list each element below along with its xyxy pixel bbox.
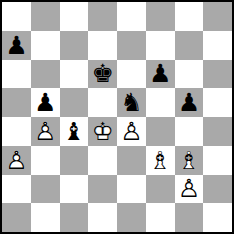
square-g4[interactable]	[175, 117, 204, 146]
square-h3[interactable]	[203, 146, 232, 175]
square-g7[interactable]	[175, 31, 204, 60]
square-b8[interactable]	[31, 2, 60, 31]
square-e5[interactable]: ♞	[117, 88, 146, 117]
square-b7[interactable]	[31, 31, 60, 60]
square-e6[interactable]	[117, 60, 146, 89]
square-a7[interactable]: ♟	[2, 31, 31, 60]
square-h5[interactable]	[203, 88, 232, 117]
square-g3[interactable]: ♝♗	[175, 146, 204, 175]
square-b1[interactable]	[31, 203, 60, 232]
square-c4[interactable]: ♝	[60, 117, 89, 146]
piece-fill-white-bishop: ♝	[146, 146, 175, 175]
square-a4[interactable]	[2, 117, 31, 146]
square-d5[interactable]	[88, 88, 117, 117]
piece-fill-white-bishop: ♝	[175, 146, 204, 175]
square-c1[interactable]	[60, 203, 89, 232]
square-d7[interactable]	[88, 31, 117, 60]
square-e3[interactable]	[117, 146, 146, 175]
square-c7[interactable]	[60, 31, 89, 60]
chessboard: ♟♚♟♟♞♟♟♙♝♚♔♟♙♟♙♝♗♝♗♟♙	[0, 0, 234, 234]
piece-fill-white-pawn: ♟	[175, 175, 204, 204]
square-h4[interactable]	[203, 117, 232, 146]
square-f2[interactable]	[146, 175, 175, 204]
piece-fill-white-pawn: ♟	[117, 117, 146, 146]
square-d8[interactable]	[88, 2, 117, 31]
square-f5[interactable]	[146, 88, 175, 117]
square-e4[interactable]: ♟♙	[117, 117, 146, 146]
square-a2[interactable]	[2, 175, 31, 204]
square-h6[interactable]	[203, 60, 232, 89]
piece-fill-white-pawn: ♟	[2, 146, 31, 175]
square-g8[interactable]	[175, 2, 204, 31]
square-b2[interactable]	[31, 175, 60, 204]
square-h1[interactable]	[203, 203, 232, 232]
square-b6[interactable]	[31, 60, 60, 89]
square-f4[interactable]	[146, 117, 175, 146]
square-f1[interactable]	[146, 203, 175, 232]
square-d3[interactable]	[88, 146, 117, 175]
piece-white-bishop: ♗	[146, 146, 175, 175]
square-b3[interactable]	[31, 146, 60, 175]
piece-fill-white-pawn: ♟	[31, 117, 60, 146]
square-e7[interactable]	[117, 31, 146, 60]
piece-black-pawn: ♟	[146, 60, 175, 89]
square-a8[interactable]	[2, 2, 31, 31]
square-g1[interactable]	[175, 203, 204, 232]
square-c6[interactable]	[60, 60, 89, 89]
square-g2[interactable]: ♟♙	[175, 175, 204, 204]
piece-white-pawn: ♙	[175, 175, 204, 204]
square-b5[interactable]: ♟	[31, 88, 60, 117]
piece-white-pawn: ♙	[2, 146, 31, 175]
square-e2[interactable]	[117, 175, 146, 204]
square-a3[interactable]: ♟♙	[2, 146, 31, 175]
square-c2[interactable]	[60, 175, 89, 204]
square-a5[interactable]	[2, 88, 31, 117]
piece-white-king: ♔	[88, 117, 117, 146]
square-d1[interactable]	[88, 203, 117, 232]
piece-white-bishop: ♗	[175, 146, 204, 175]
square-a1[interactable]	[2, 203, 31, 232]
piece-fill-white-king: ♚	[88, 117, 117, 146]
square-g5[interactable]: ♟	[175, 88, 204, 117]
piece-white-pawn: ♙	[117, 117, 146, 146]
piece-black-bishop: ♝	[60, 117, 89, 146]
square-f8[interactable]	[146, 2, 175, 31]
piece-black-pawn: ♟	[31, 88, 60, 117]
piece-black-knight: ♞	[117, 88, 146, 117]
square-h2[interactable]	[203, 175, 232, 204]
square-c3[interactable]	[60, 146, 89, 175]
square-c8[interactable]	[60, 2, 89, 31]
piece-black-pawn: ♟	[2, 31, 31, 60]
square-h8[interactable]	[203, 2, 232, 31]
square-d2[interactable]	[88, 175, 117, 204]
square-h7[interactable]	[203, 31, 232, 60]
square-c5[interactable]	[60, 88, 89, 117]
piece-black-pawn: ♟	[175, 88, 204, 117]
square-e1[interactable]	[117, 203, 146, 232]
piece-white-pawn: ♙	[31, 117, 60, 146]
square-f6[interactable]: ♟	[146, 60, 175, 89]
square-f3[interactable]: ♝♗	[146, 146, 175, 175]
square-e8[interactable]	[117, 2, 146, 31]
chess-diagram: ♟♚♟♟♞♟♟♙♝♚♔♟♙♟♙♝♗♝♗♟♙	[0, 0, 234, 234]
square-a6[interactable]	[2, 60, 31, 89]
piece-black-king: ♚	[88, 60, 117, 89]
square-b4[interactable]: ♟♙	[31, 117, 60, 146]
square-g6[interactable]	[175, 60, 204, 89]
square-f7[interactable]	[146, 31, 175, 60]
square-d6[interactable]: ♚	[88, 60, 117, 89]
square-d4[interactable]: ♚♔	[88, 117, 117, 146]
